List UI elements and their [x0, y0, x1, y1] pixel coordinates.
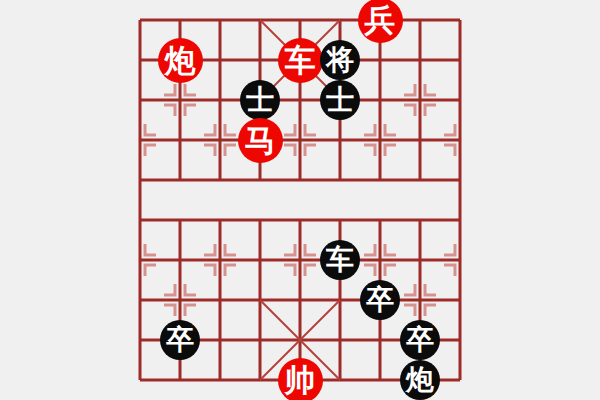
red-cannon[interactable]: 炮: [158, 38, 203, 83]
black-advisor-right[interactable]: 士: [320, 80, 360, 120]
black-general-cell: 将: [320, 40, 360, 80]
black-soldier-1-cell: 卒: [360, 280, 400, 320]
black-soldier-3-cell: 卒: [400, 320, 440, 360]
red-chariot[interactable]: 车: [278, 38, 323, 83]
red-soldier-cell: 兵: [360, 0, 400, 40]
black-cannon-cell: 炮: [400, 360, 440, 400]
black-soldier-2[interactable]: 卒: [160, 320, 200, 360]
red-horse[interactable]: 马: [238, 118, 283, 163]
red-general[interactable]: 帅: [278, 358, 323, 400]
xiangqi-board[interactable]: 兵炮车将士士马车卒卒卒帅炮: [120, 0, 480, 400]
black-soldier-2-cell: 卒: [160, 320, 200, 360]
black-advisor-right-cell: 士: [320, 80, 360, 120]
black-soldier-1[interactable]: 卒: [360, 280, 400, 320]
black-soldier-3[interactable]: 卒: [400, 320, 440, 360]
black-advisor-left[interactable]: 士: [240, 80, 280, 120]
red-chariot-cell: 车: [280, 40, 320, 80]
black-chariot-cell: 车: [320, 240, 360, 280]
black-general[interactable]: 将: [320, 40, 360, 80]
red-soldier[interactable]: 兵: [358, 0, 403, 43]
black-chariot[interactable]: 车: [320, 240, 360, 280]
red-general-cell: 帅: [280, 360, 320, 400]
black-cannon[interactable]: 炮: [400, 360, 440, 400]
red-horse-cell: 马: [240, 120, 280, 160]
black-advisor-left-cell: 士: [240, 80, 280, 120]
red-cannon-cell: 炮: [160, 40, 200, 80]
xiangqi-screenshot: 兵炮车将士士马车卒卒卒帅炮: [0, 0, 600, 400]
